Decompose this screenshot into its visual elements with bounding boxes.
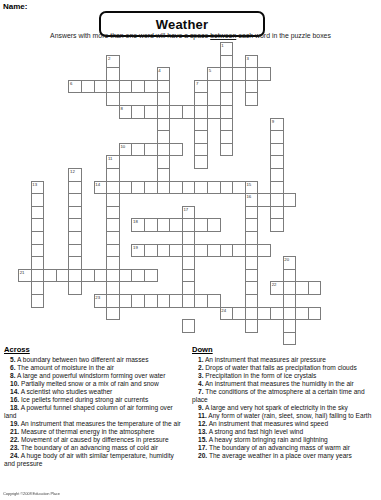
cell-number-19: 19 <box>133 245 138 250</box>
cell-r14c12[interactable] <box>169 218 183 232</box>
cell-r13c1[interactable] <box>31 206 45 220</box>
cell-r16c11[interactable] <box>157 244 171 258</box>
cell-r8c8[interactable]: 10 <box>119 143 133 157</box>
cell-r14c7[interactable] <box>106 218 120 232</box>
across-clue-6: 6. The amount of moisture in the air <box>4 364 183 372</box>
cell-r5c15[interactable] <box>207 105 221 119</box>
cell-r18c3[interactable] <box>56 269 70 283</box>
cell-r6c11[interactable] <box>157 118 171 132</box>
cell-number-1: 1 <box>221 43 223 48</box>
cell-r14c1[interactable] <box>31 218 45 232</box>
cell-r11c6[interactable]: 14 <box>94 181 108 195</box>
cell-r9c7[interactable]: 11 <box>106 155 120 169</box>
across-clue-14: 14. A scientist who studies weather <box>4 388 183 396</box>
cell-number-7: 7 <box>196 81 198 86</box>
across-clue-8: 8. A large and powerful windstorm formin… <box>4 372 183 380</box>
cell-r16c12[interactable] <box>169 244 183 258</box>
cell-r16c15[interactable] <box>207 244 221 258</box>
cell-r16c19[interactable] <box>257 244 271 258</box>
cell-r21c7[interactable] <box>106 307 120 321</box>
cell-r3c7[interactable] <box>106 80 120 94</box>
cell-r4c16[interactable] <box>220 92 234 106</box>
cell-r21c21[interactable] <box>283 307 297 321</box>
cell-r4c11[interactable] <box>157 92 171 106</box>
cell-r3c8[interactable] <box>119 80 133 94</box>
cell-number-18: 18 <box>133 219 138 224</box>
cell-r18c6[interactable] <box>94 269 108 283</box>
cell-r2c18[interactable] <box>245 67 259 81</box>
cell-r9c11[interactable] <box>157 155 171 169</box>
cell-r8c9[interactable] <box>131 143 145 157</box>
down-clues-column: Down 1. An instrument that measures air … <box>192 345 378 460</box>
across-clue-16: 16. Ice pellets formed during strong air… <box>4 396 183 404</box>
cell-r4c7[interactable] <box>106 92 120 106</box>
cell-r21c22[interactable] <box>295 307 309 321</box>
cell-r14c9[interactable]: 18 <box>131 218 145 232</box>
down-clue-12: 12. An instrument that measures wind spe… <box>192 420 378 428</box>
cell-r20c8[interactable] <box>119 294 133 308</box>
cell-number-22: 22 <box>272 282 277 287</box>
cell-r2c17[interactable] <box>232 67 246 81</box>
across-clue-22: 22. Movement of air caused by difference… <box>4 436 183 444</box>
cell-r12c18[interactable]: 16 <box>245 193 259 207</box>
cell-r18c7[interactable] <box>106 269 120 283</box>
cell-r16c10[interactable] <box>144 244 158 258</box>
cell-number-21: 21 <box>20 270 25 275</box>
crossword-worksheet: Name: Weather Answers with more than one… <box>0 0 381 500</box>
cell-number-8: 8 <box>120 106 122 111</box>
cell-r8c11[interactable] <box>157 143 171 157</box>
down-clue-20: 20. The average weather in a place over … <box>192 452 378 460</box>
cell-number-17: 17 <box>183 207 188 212</box>
cell-r14c14[interactable] <box>194 218 208 232</box>
cell-r17c21[interactable]: 20 <box>283 256 297 270</box>
cell-r1c18[interactable]: 3 <box>245 55 259 69</box>
cell-r12c7[interactable] <box>106 193 120 207</box>
cell-r18c0[interactable]: 21 <box>18 269 32 283</box>
across-clue-21: 21. Measure of thermal energy in the atm… <box>4 428 183 436</box>
cell-r8c16[interactable] <box>220 143 234 157</box>
down-clue-2: 2. Drops of water that falls as precipit… <box>192 364 378 372</box>
cell-number-15: 15 <box>246 182 251 187</box>
cell-r20c11[interactable] <box>157 294 171 308</box>
cell-r20c12[interactable] <box>169 294 183 308</box>
cell-r16c4[interactable] <box>68 244 82 258</box>
cell-r15c4[interactable] <box>68 231 82 245</box>
cell-r16c13[interactable] <box>182 244 196 258</box>
cell-r20c7[interactable] <box>106 294 120 308</box>
cell-number-14: 14 <box>95 182 100 187</box>
cell-r16c16[interactable] <box>220 244 234 258</box>
cell-r18c9[interactable] <box>131 269 145 283</box>
cell-r20c14[interactable] <box>194 294 208 308</box>
cell-r10c7[interactable] <box>106 168 120 182</box>
cell-r19c13[interactable] <box>182 281 196 295</box>
cell-r2c19[interactable] <box>257 67 271 81</box>
cell-r6c14[interactable] <box>194 118 208 132</box>
cell-r20c13[interactable] <box>182 294 196 308</box>
cell-r21c18[interactable] <box>245 307 259 321</box>
cell-r2c7[interactable] <box>106 67 120 81</box>
cell-r14c4[interactable] <box>68 218 82 232</box>
cell-r11c1[interactable]: 13 <box>31 181 45 195</box>
cell-r8c20[interactable] <box>270 143 284 157</box>
cell-r17c1[interactable] <box>31 256 45 270</box>
cell-r11c18[interactable]: 15 <box>245 181 259 195</box>
cell-r3c4[interactable]: 6 <box>68 80 82 94</box>
down-heading: Down <box>192 345 378 354</box>
cell-r12c20[interactable] <box>270 193 284 207</box>
cell-r16c1[interactable] <box>31 244 45 258</box>
cell-r3c14[interactable]: 7 <box>194 80 208 94</box>
copyright-watermark: Copyright ©2008 Education Place <box>3 491 60 496</box>
cell-number-2: 2 <box>108 56 110 61</box>
cell-r20c6[interactable]: 23 <box>94 294 108 308</box>
cell-r6c16[interactable] <box>220 118 234 132</box>
cell-r9c20[interactable] <box>270 155 284 169</box>
cell-r13c13[interactable]: 17 <box>182 206 196 220</box>
down-clue-11: 11. Any form of water (rain, sleet, snow… <box>192 412 378 420</box>
cell-r6c20[interactable]: 9 <box>270 118 284 132</box>
down-clue-4: 4. An instrument that measures the humid… <box>192 380 378 388</box>
cell-r12c21[interactable] <box>283 193 297 207</box>
cell-r20c21[interactable] <box>283 294 297 308</box>
cell-r15c13[interactable] <box>182 231 196 245</box>
cell-r19c21[interactable] <box>283 281 297 295</box>
down-clue-17: 17. The boundary of an advancing mass of… <box>192 444 378 452</box>
cell-r18c2[interactable] <box>43 269 57 283</box>
cell-number-9: 9 <box>272 119 274 124</box>
cell-r21c19[interactable] <box>257 307 271 321</box>
cell-r9c14[interactable] <box>194 155 208 169</box>
across-clue-19: 19. An instrument that measures the temp… <box>4 420 183 428</box>
cell-r21c20[interactable] <box>270 307 284 321</box>
cell-number-4: 4 <box>158 68 160 73</box>
cell-r11c10[interactable] <box>144 181 158 195</box>
cell-r22c21[interactable] <box>283 319 297 333</box>
cell-r14c13[interactable] <box>182 218 196 232</box>
cell-r3c9[interactable] <box>131 80 145 94</box>
cell-r19c18[interactable] <box>245 281 259 295</box>
cell-r3c16[interactable] <box>220 80 234 94</box>
cell-r0c16[interactable]: 1 <box>220 42 234 56</box>
cell-r2c11[interactable]: 4 <box>157 67 171 81</box>
cell-r19c7[interactable] <box>106 281 120 295</box>
cell-r5c8[interactable]: 8 <box>119 105 133 119</box>
cell-r12c4[interactable] <box>68 193 82 207</box>
cell-number-16: 16 <box>246 194 251 199</box>
cell-r19c20[interactable]: 22 <box>270 281 284 295</box>
cell-r5c13[interactable] <box>182 105 196 119</box>
cell-r14c10[interactable] <box>144 218 158 232</box>
cell-r7c14[interactable] <box>194 130 208 144</box>
cell-r15c7[interactable] <box>106 231 120 245</box>
cell-r7c20[interactable] <box>270 130 284 144</box>
cell-r1c7[interactable]: 2 <box>106 55 120 69</box>
cell-r3c5[interactable] <box>81 80 95 94</box>
down-clue-7: 7. The conditions of the atmosphere at a… <box>192 388 378 404</box>
across-clue-18: 18. A powerful funnel shaped column of a… <box>4 404 183 420</box>
cell-number-20: 20 <box>284 257 289 262</box>
cell-r17c18[interactable] <box>245 256 259 270</box>
cell-r18c10[interactable] <box>144 269 158 283</box>
cell-number-10: 10 <box>120 144 125 149</box>
cell-r12c19[interactable] <box>257 193 271 207</box>
cell-r15c1[interactable] <box>31 231 45 245</box>
cell-r5c16[interactable] <box>220 105 234 119</box>
cell-r18c8[interactable] <box>119 269 133 283</box>
cell-r11c14[interactable] <box>194 181 208 195</box>
cell-r19c4[interactable] <box>68 281 82 295</box>
cell-r3c10[interactable] <box>144 80 158 94</box>
across-clues-column: Across 5. A boundary between two differe… <box>4 345 183 468</box>
cell-r3c18[interactable] <box>245 80 259 94</box>
cell-r15c18[interactable] <box>245 231 259 245</box>
cell-r5c11[interactable] <box>157 105 171 119</box>
cell-r19c1[interactable] <box>31 281 45 295</box>
across-clue-5: 5. A boundary between two different air … <box>4 356 183 364</box>
cell-number-24: 24 <box>221 308 226 313</box>
across-clue-24: 24. A huge body of air with similar temp… <box>4 452 183 468</box>
cell-number-3: 3 <box>246 56 248 61</box>
cell-r10c11[interactable] <box>157 168 171 182</box>
cell-r14c15[interactable] <box>207 218 221 232</box>
cell-r13c4[interactable] <box>68 206 82 220</box>
cell-r11c17[interactable] <box>232 181 246 195</box>
cell-r4c14[interactable] <box>194 92 208 106</box>
cell-r3c6[interactable] <box>94 80 108 94</box>
down-clue-1: 1. An instrument that measures air press… <box>192 356 378 364</box>
cell-r14c11[interactable] <box>157 218 171 232</box>
cell-number-6: 6 <box>70 81 72 86</box>
cell-r21c23[interactable] <box>308 307 322 321</box>
cell-r14c18[interactable] <box>245 218 259 232</box>
cell-r3c11[interactable] <box>157 80 171 94</box>
cell-r5c9[interactable] <box>131 105 145 119</box>
cell-r13c18[interactable] <box>245 206 259 220</box>
cell-number-13: 13 <box>32 182 37 187</box>
cell-r11c11[interactable] <box>157 181 171 195</box>
cell-r20c10[interactable] <box>144 294 158 308</box>
cell-r20c15[interactable] <box>207 294 221 308</box>
cell-r21c16[interactable]: 24 <box>220 307 234 321</box>
cell-r18c21[interactable] <box>283 269 297 283</box>
cell-r8c12[interactable] <box>169 143 183 157</box>
cell-r2c16[interactable] <box>220 67 234 81</box>
cell-r11c20[interactable] <box>270 181 284 195</box>
cell-r11c8[interactable] <box>119 181 133 195</box>
cell-r18c13[interactable] <box>182 269 196 283</box>
cell-r11c15[interactable] <box>207 181 221 195</box>
cell-r19c23[interactable] <box>308 281 322 295</box>
down-clue-13: 13. A strong and fast high level wind <box>192 428 378 436</box>
cell-r11c4[interactable] <box>68 181 82 195</box>
cell-r22c13[interactable] <box>182 319 196 333</box>
down-clue-list: 1. An instrument that measures air press… <box>192 356 378 460</box>
cell-r10c4[interactable]: 12 <box>68 168 82 182</box>
across-clue-23: 23. The boundary of an advancing mass of… <box>4 444 183 452</box>
cell-r20c9[interactable] <box>131 294 145 308</box>
cell-r16c17[interactable] <box>232 244 246 258</box>
cell-r7c11[interactable] <box>157 130 171 144</box>
down-clue-9: 9. A large and very hot spark of electri… <box>192 404 378 412</box>
down-clue-15: 15. A heavy storm bringing rain and ligh… <box>192 436 378 444</box>
cell-r18c5[interactable] <box>81 269 95 283</box>
cell-r11c13[interactable] <box>182 181 196 195</box>
cell-r12c1[interactable] <box>31 193 45 207</box>
cell-r8c10[interactable] <box>144 143 158 157</box>
down-clue-3: 3. Precipitation in the form of ice crys… <box>192 372 378 380</box>
cell-r10c20[interactable] <box>270 168 284 182</box>
cell-r17c13[interactable] <box>182 256 196 270</box>
cell-r16c9[interactable]: 19 <box>131 244 145 258</box>
cell-r11c9[interactable] <box>131 181 145 195</box>
cell-r13c7[interactable] <box>106 206 120 220</box>
cell-r17c7[interactable] <box>106 256 120 270</box>
cell-r18c1[interactable] <box>31 269 45 283</box>
cell-r8c14[interactable] <box>194 143 208 157</box>
cell-r5c10[interactable] <box>144 105 158 119</box>
cell-r16c14[interactable] <box>194 244 208 258</box>
cell-r16c7[interactable] <box>106 244 120 258</box>
cell-r4c18[interactable] <box>245 92 259 106</box>
cell-r13c20[interactable] <box>270 206 284 220</box>
cell-number-12: 12 <box>70 169 75 174</box>
cell-r21c17[interactable] <box>232 307 246 321</box>
cell-number-5: 5 <box>209 68 211 73</box>
cell-r11c12[interactable] <box>169 181 183 195</box>
cell-r23c21[interactable] <box>283 332 297 346</box>
cell-r18c18[interactable] <box>245 269 259 283</box>
cell-number-11: 11 <box>108 156 112 161</box>
cell-r22c18[interactable] <box>245 319 259 333</box>
cell-r20c1[interactable] <box>31 294 45 308</box>
cell-r14c20[interactable] <box>270 218 284 232</box>
cell-r19c22[interactable] <box>295 281 309 295</box>
cell-r17c4[interactable] <box>68 256 82 270</box>
across-clue-10: 10. Partially melted snow or a mix of ra… <box>4 380 183 388</box>
cell-r20c18[interactable] <box>245 294 259 308</box>
cell-r1c16[interactable] <box>220 55 234 69</box>
cell-r11c7[interactable] <box>106 181 120 195</box>
cell-r11c16[interactable] <box>220 181 234 195</box>
cell-r5c14[interactable] <box>194 105 208 119</box>
cell-r5c12[interactable] <box>169 105 183 119</box>
cell-number-23: 23 <box>95 295 100 300</box>
cell-r7c16[interactable] <box>220 130 234 144</box>
across-clue-list: 5. A boundary between two different air … <box>4 356 183 468</box>
cell-r16c18[interactable] <box>245 244 259 258</box>
cell-r2c15[interactable]: 5 <box>207 67 221 81</box>
cell-r18c4[interactable] <box>68 269 82 283</box>
across-heading: Across <box>4 345 183 354</box>
